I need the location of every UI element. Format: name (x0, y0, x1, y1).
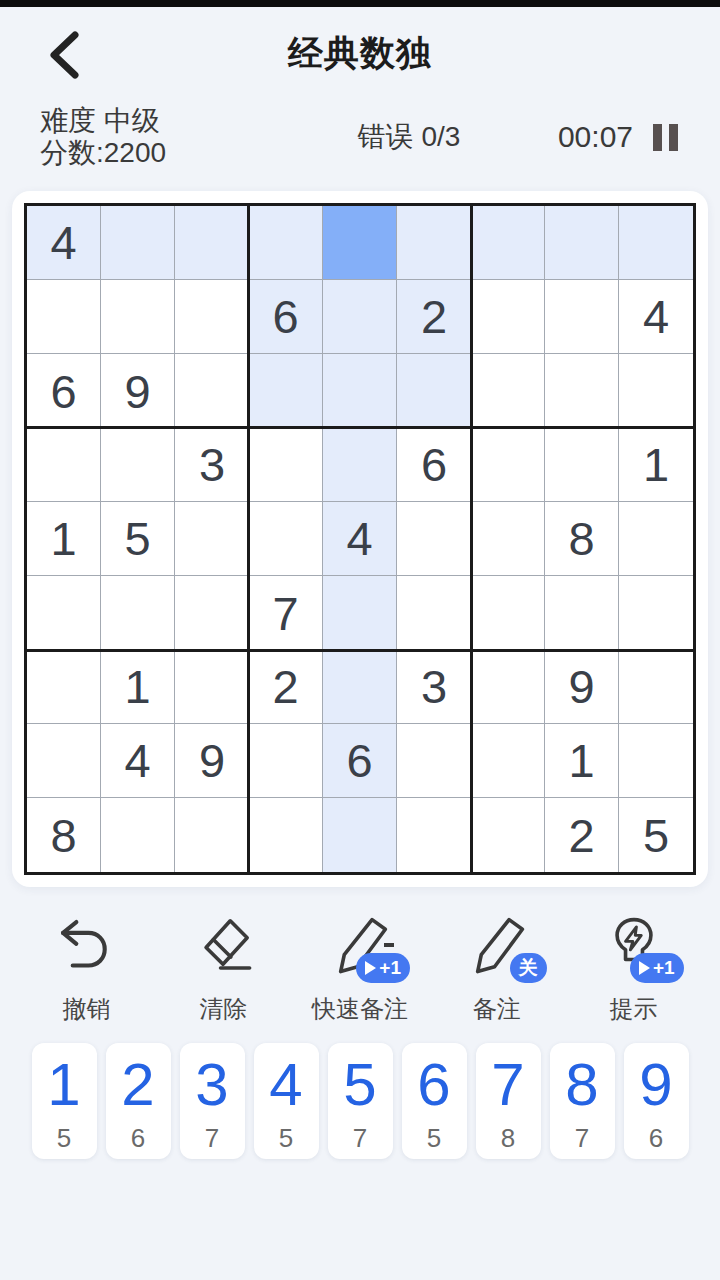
toolbar: 撤销 清除 +1 快速备注 关 备注 (18, 913, 702, 1025)
numpad-key-6[interactable]: 65 (402, 1043, 467, 1159)
numpad-key-9[interactable]: 96 (624, 1043, 689, 1159)
cell-r9c5[interactable] (323, 798, 397, 872)
cell-r9c2[interactable] (101, 798, 175, 872)
cell-r6c8[interactable] (545, 576, 619, 650)
numpad-key-2[interactable]: 26 (106, 1043, 171, 1159)
tool-label: 提示 (610, 993, 658, 1025)
header: 经典数独 (0, 7, 720, 99)
numpad-key-4[interactable]: 45 (254, 1043, 319, 1159)
numpad-remaining-count: 7 (353, 1123, 367, 1154)
cell-r1c6[interactable] (397, 206, 471, 280)
cell-r2c5[interactable] (323, 280, 397, 354)
score-label: 分数:2200 (40, 137, 260, 169)
info-right: 00:07 (558, 120, 680, 154)
tool-label: 备注 (473, 993, 521, 1025)
info-left: 难度 中级 分数:2200 (40, 105, 260, 169)
numpad-digit: 6 (417, 1049, 450, 1121)
cell-r7c3[interactable] (175, 650, 249, 724)
numpad-remaining-count: 6 (649, 1123, 663, 1154)
quick-note-badge: +1 (356, 953, 410, 983)
cell-r8c2[interactable]: 4 (101, 724, 175, 798)
numpad-key-1[interactable]: 15 (32, 1043, 97, 1159)
erase-button[interactable]: 清除 (155, 913, 292, 1025)
cell-r4c1[interactable] (27, 428, 101, 502)
numpad-digit: 4 (269, 1049, 302, 1121)
cell-r5c8[interactable]: 8 (545, 502, 619, 576)
cell-r5c6[interactable] (397, 502, 471, 576)
board-card: 4624693611548712394961825 (12, 191, 708, 887)
tool-label: 清除 (199, 993, 247, 1025)
cell-r6c5[interactable] (323, 576, 397, 650)
cell-r2c8[interactable] (545, 280, 619, 354)
cell-r2c4[interactable]: 6 (249, 280, 323, 354)
cell-r3c3[interactable] (175, 354, 249, 428)
hint-button[interactable]: +1 提示 (565, 913, 702, 1025)
minus-mark (384, 943, 394, 947)
cell-r5c1[interactable]: 1 (27, 502, 101, 576)
numpad-remaining-count: 6 (131, 1123, 145, 1154)
numpad-remaining-count: 5 (57, 1123, 71, 1154)
cell-r8c4[interactable] (249, 724, 323, 798)
pause-button[interactable] (651, 122, 680, 153)
cell-r6c3[interactable] (175, 576, 249, 650)
numpad-digit: 8 (565, 1049, 598, 1121)
cell-r3c1[interactable]: 6 (27, 354, 101, 428)
cell-r7c4[interactable]: 2 (249, 650, 323, 724)
cell-r3c6[interactable] (397, 354, 471, 428)
cell-r1c8[interactable] (545, 206, 619, 280)
cell-r4c4[interactable] (249, 428, 323, 502)
note-button[interactable]: 关 备注 (428, 913, 565, 1025)
cell-r1c1[interactable]: 4 (27, 206, 101, 280)
undo-button[interactable]: 撤销 (18, 913, 155, 1025)
cell-r7c5[interactable] (323, 650, 397, 724)
numpad-digit: 1 (47, 1049, 80, 1121)
bulb-bolt-icon: +1 (602, 913, 666, 977)
cell-r4c6[interactable]: 6 (397, 428, 471, 502)
cell-r8c9[interactable] (619, 724, 693, 798)
difficulty-label: 难度 中级 (40, 105, 260, 137)
cell-r6c4[interactable]: 7 (249, 576, 323, 650)
cell-r5c3[interactable] (175, 502, 249, 576)
cell-r9c1[interactable]: 8 (27, 798, 101, 872)
cell-r2c9[interactable]: 4 (619, 280, 693, 354)
cell-r3c2[interactable]: 9 (101, 354, 175, 428)
cell-r2c3[interactable] (175, 280, 249, 354)
numpad-remaining-count: 7 (205, 1123, 219, 1154)
undo-icon (54, 913, 118, 977)
cell-r3c7[interactable] (471, 354, 545, 428)
cell-r6c9[interactable] (619, 576, 693, 650)
cell-r6c1[interactable] (27, 576, 101, 650)
tool-label: 撤销 (62, 993, 110, 1025)
numpad-remaining-count: 5 (427, 1123, 441, 1154)
cell-r3c8[interactable] (545, 354, 619, 428)
numpad-digit: 5 (343, 1049, 376, 1121)
cell-r8c1[interactable] (27, 724, 101, 798)
cell-r8c6[interactable] (397, 724, 471, 798)
cell-r2c1[interactable] (27, 280, 101, 354)
cell-r5c4[interactable] (249, 502, 323, 576)
cell-r6c7[interactable] (471, 576, 545, 650)
cell-r4c5[interactable] (323, 428, 397, 502)
cell-r1c5[interactable] (323, 206, 397, 280)
cell-r1c3[interactable] (175, 206, 249, 280)
numpad-digit: 3 (195, 1049, 228, 1121)
cell-r7c8[interactable]: 9 (545, 650, 619, 724)
chevron-left-icon (47, 30, 81, 80)
cell-r1c7[interactable] (471, 206, 545, 280)
cell-r9c8[interactable]: 2 (545, 798, 619, 872)
cell-r3c9[interactable] (619, 354, 693, 428)
numpad-remaining-count: 8 (501, 1123, 515, 1154)
cell-r5c2[interactable]: 5 (101, 502, 175, 576)
cell-r7c7[interactable] (471, 650, 545, 724)
info-row: 难度 中级 分数:2200 错误 0/3 00:07 (0, 105, 720, 169)
quick-note-button[interactable]: +1 快速备注 (292, 913, 429, 1025)
cell-r6c6[interactable] (397, 576, 471, 650)
cell-r1c4[interactable] (249, 206, 323, 280)
numpad-remaining-count: 5 (279, 1123, 293, 1154)
numpad-remaining-count: 7 (575, 1123, 589, 1154)
pencil-minus-icon: +1 (328, 913, 392, 977)
play-icon (365, 961, 376, 975)
cell-r8c3[interactable]: 9 (175, 724, 249, 798)
status-bar (0, 0, 720, 7)
cell-r5c9[interactable] (619, 502, 693, 576)
back-button[interactable] (40, 29, 88, 81)
cell-r4c9[interactable]: 1 (619, 428, 693, 502)
pencil-icon: 关 (465, 913, 529, 977)
timer: 00:07 (558, 120, 633, 154)
cell-r9c3[interactable] (175, 798, 249, 872)
page-title: 经典数独 (288, 30, 432, 77)
hint-badge: +1 (630, 953, 684, 983)
numpad-key-3[interactable]: 37 (180, 1043, 245, 1159)
cell-r8c8[interactable]: 1 (545, 724, 619, 798)
cell-r9c6[interactable] (397, 798, 471, 872)
cell-r5c7[interactable] (471, 502, 545, 576)
cell-r1c9[interactable] (619, 206, 693, 280)
cell-r9c7[interactable] (471, 798, 545, 872)
cell-r2c6[interactable]: 2 (397, 280, 471, 354)
cell-r7c9[interactable] (619, 650, 693, 724)
cell-r7c2[interactable]: 1 (101, 650, 175, 724)
pause-icon (653, 124, 662, 151)
numpad-key-7[interactable]: 78 (476, 1043, 541, 1159)
eraser-icon (191, 913, 255, 977)
cell-r9c4[interactable] (249, 798, 323, 872)
cell-r7c6[interactable]: 3 (397, 650, 471, 724)
cell-r4c8[interactable] (545, 428, 619, 502)
numpad-digit: 2 (121, 1049, 154, 1121)
numpad-digit: 7 (491, 1049, 524, 1121)
tool-label: 快速备注 (312, 993, 408, 1025)
number-pad: 152637455765788796 (0, 1043, 720, 1159)
sudoku-grid[interactable]: 4624693611548712394961825 (24, 203, 696, 875)
note-toggle-badge: 关 (510, 953, 547, 983)
cell-r5c5[interactable]: 4 (323, 502, 397, 576)
cell-r3c5[interactable] (323, 354, 397, 428)
cell-r9c9[interactable]: 5 (619, 798, 693, 872)
numpad-key-5[interactable]: 57 (328, 1043, 393, 1159)
cell-r2c7[interactable] (471, 280, 545, 354)
cell-r3c4[interactable] (249, 354, 323, 428)
cell-r4c7[interactable] (471, 428, 545, 502)
cell-r4c3[interactable]: 3 (175, 428, 249, 502)
numpad-digit: 9 (639, 1049, 672, 1121)
numpad-key-8[interactable]: 87 (550, 1043, 615, 1159)
cell-r1c2[interactable] (101, 206, 175, 280)
cell-r2c2[interactable] (101, 280, 175, 354)
cell-r8c7[interactable] (471, 724, 545, 798)
mistakes-label: 错误 0/3 (260, 118, 558, 156)
cell-r8c5[interactable]: 6 (323, 724, 397, 798)
cell-r4c2[interactable] (101, 428, 175, 502)
cell-r7c1[interactable] (27, 650, 101, 724)
cell-r6c2[interactable] (101, 576, 175, 650)
play-icon (639, 961, 650, 975)
